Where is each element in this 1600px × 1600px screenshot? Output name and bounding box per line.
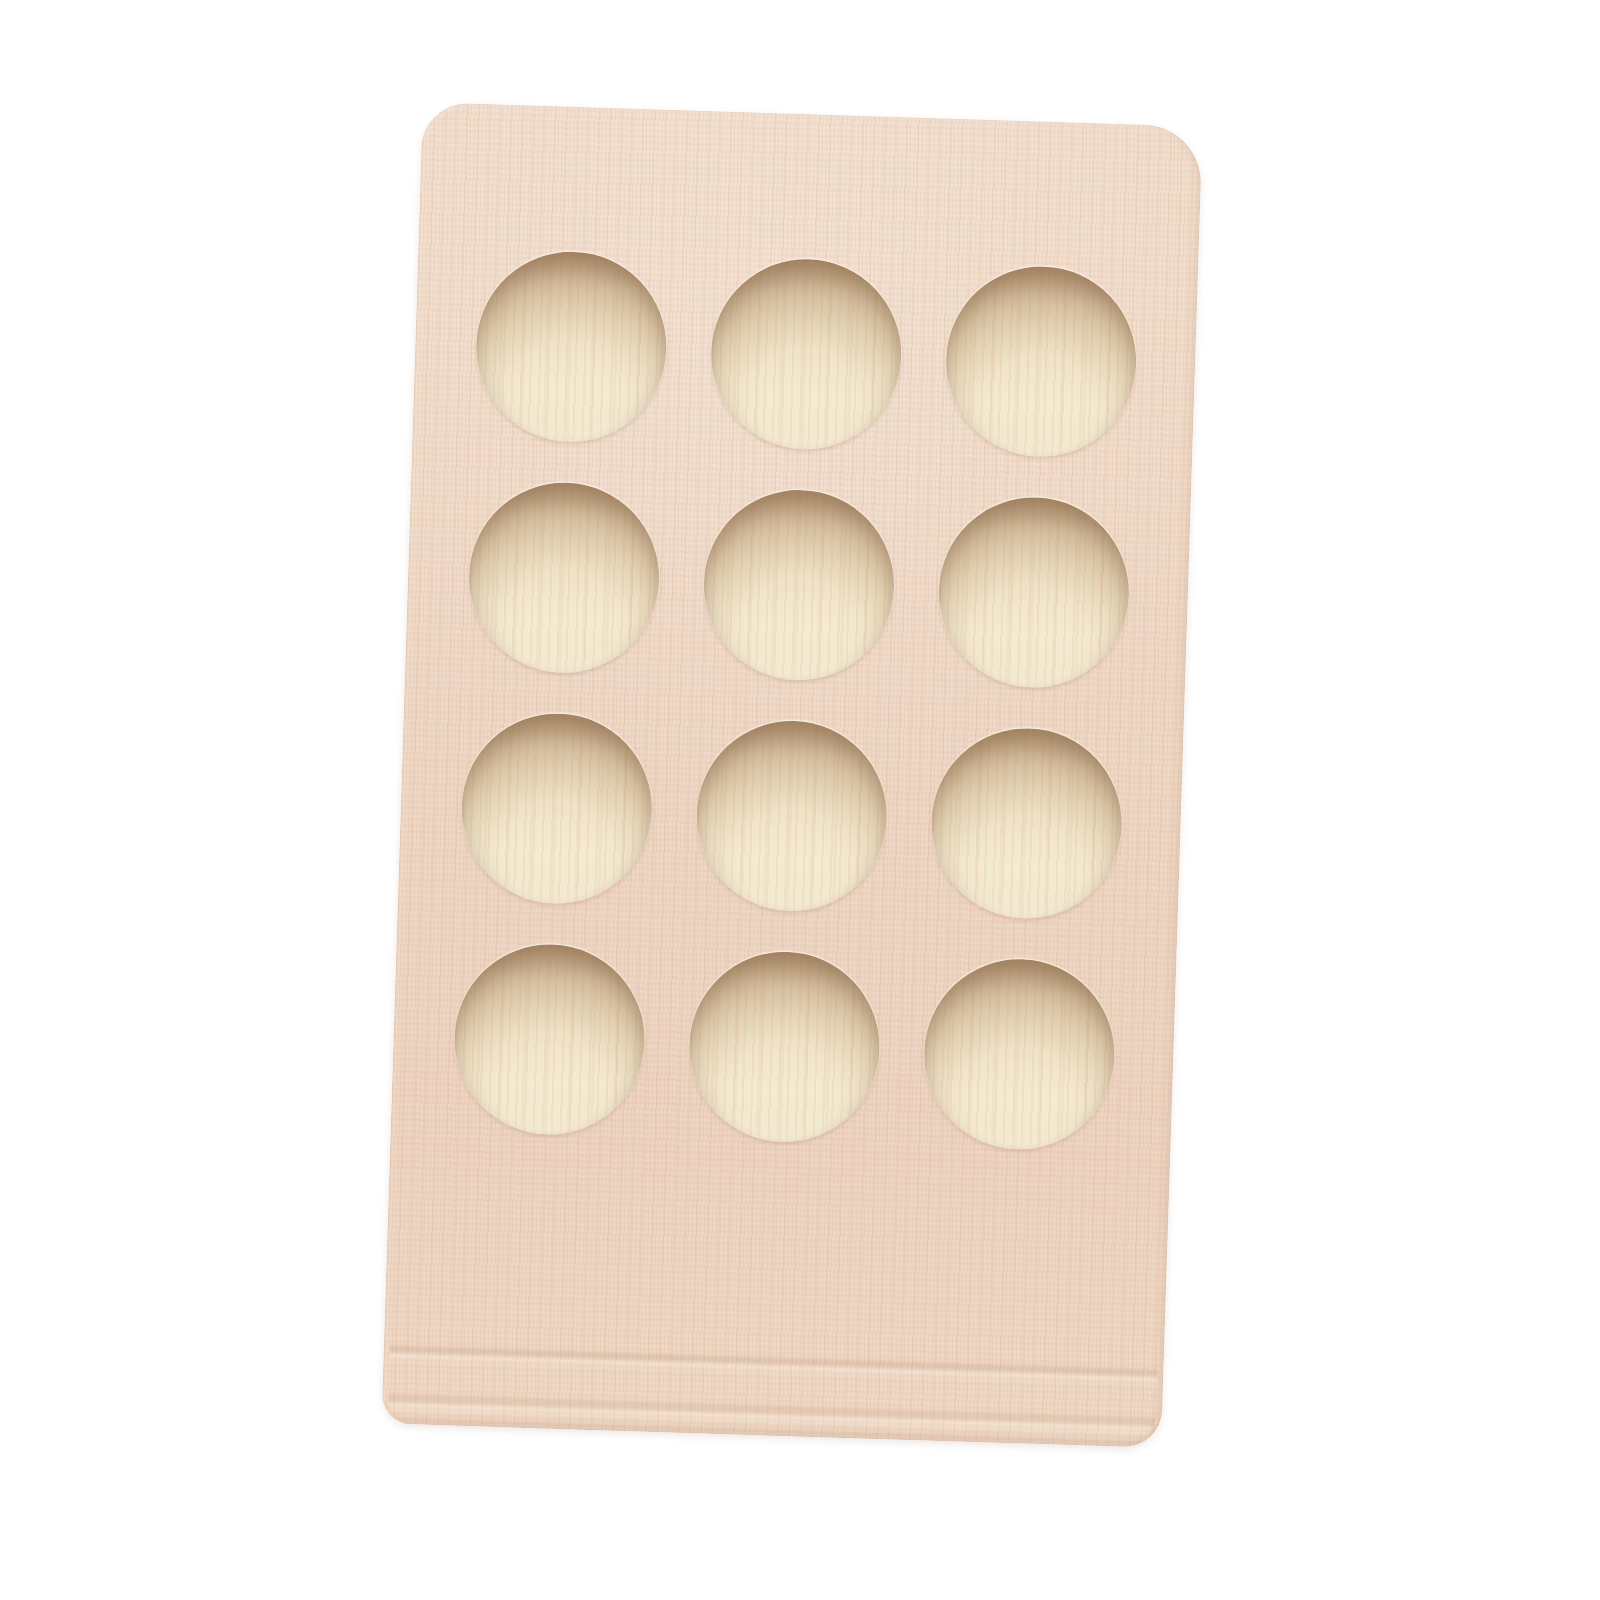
pit-r4c1[interactable] [451,941,647,1137]
pit-grid [428,227,1162,1173]
pit-cell-r1c2 [685,235,927,473]
photo-background [0,0,1600,1600]
pit-r2c2[interactable] [701,487,897,683]
pit-r1c1[interactable] [473,248,669,444]
pit-cell-r3c1 [435,689,677,927]
pit-cell-r3c2 [670,696,912,934]
pit-r3c2[interactable] [693,718,889,914]
wooden-board [381,102,1202,1448]
pit-cell-r2c2 [677,465,919,703]
pit-r2c1[interactable] [466,479,662,675]
pit-r3c1[interactable] [458,710,654,906]
pit-cell-r3c3 [905,704,1147,942]
pit-cell-r1c1 [450,227,692,465]
pit-cell-r2c1 [443,458,685,696]
pit-r2c3[interactable] [935,494,1131,690]
pit-cell-r4c1 [428,920,670,1158]
board-bottom-bevel [387,1314,1158,1448]
pit-cell-r2c3 [912,473,1154,711]
pit-r3c3[interactable] [928,725,1124,921]
pit-r4c3[interactable] [921,956,1117,1152]
pit-r4c2[interactable] [686,948,882,1144]
pit-cell-r1c3 [920,242,1162,480]
pit-r1c3[interactable] [943,263,1139,459]
pit-r1c2[interactable] [708,256,904,452]
pit-cell-r4c3 [898,935,1140,1173]
pit-cell-r4c2 [663,927,905,1165]
